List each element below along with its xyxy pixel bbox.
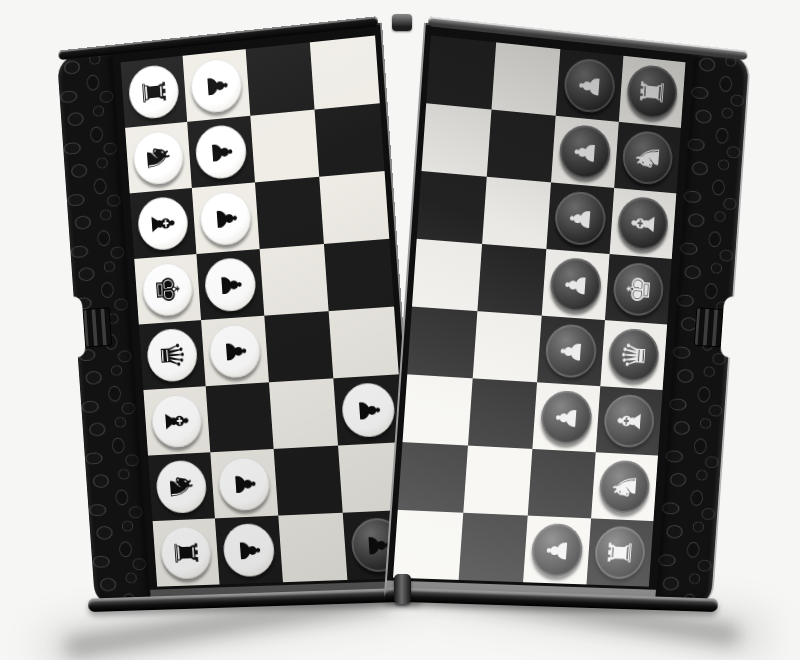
square-c3[interactable] [269,378,338,449]
white-king-glyph: ♚ [151,273,184,305]
latch-notch-right [720,296,736,358]
black-pawn-glyph: ♟ [561,271,590,298]
square-d1[interactable]: ♛ [139,320,206,390]
black-queen-glyph: ♛ [617,339,650,371]
square-f3[interactable] [255,177,324,249]
white-pawn-glyph: ♟ [216,271,245,298]
square-e7[interactable]: ♟ [542,249,610,320]
black-knight-glyph: ♞ [631,142,664,174]
white-bishop-glyph: ♝ [146,208,179,240]
black-knight-glyph: ♞ [608,471,641,502]
square-h8[interactable]: ♜ [619,56,686,128]
square-a8[interactable]: ♜ [586,518,653,586]
black-pawn-glyph: ♟ [552,404,581,431]
square-g7[interactable]: ♟ [551,116,619,188]
piece-white-rook-h1[interactable]: ♜ [127,63,180,120]
white-knight-glyph: ♞ [142,142,175,174]
square-f2[interactable]: ♟ [192,182,260,254]
piece-white-pawn-d2[interactable]: ♟ [208,323,262,379]
white-rook-glyph: ♜ [137,76,170,109]
piece-black-rook-a8[interactable]: ♜ [593,525,646,579]
piece-black-pawn-e7[interactable]: ♟ [549,256,603,312]
square-f6[interactable] [482,177,551,249]
piece-white-knight-g1[interactable]: ♞ [132,129,185,186]
piece-black-knight-b8[interactable]: ♞ [598,459,651,514]
square-f1[interactable]: ♝ [130,188,197,259]
piece-white-bishop-f1[interactable]: ♝ [136,195,189,251]
square-g4[interactable] [315,103,385,177]
square-a7[interactable]: ♟ [523,516,591,585]
black-pawn-glyph: ♟ [566,205,595,233]
white-pawn-glyph: ♟ [202,72,231,100]
latch-tab-right[interactable] [694,307,724,347]
black-pawn-glyph: ♟ [571,138,600,166]
white-bishop-glyph: ♝ [160,405,193,436]
square-h7[interactable]: ♟ [556,49,624,122]
square-b2[interactable]: ♟ [210,449,278,518]
chessboard-left-half: ♜♟♞♟♝♟♚♟♛♟♝♟♞♟♜♟♟ [121,35,413,586]
square-c7[interactable]: ♟ [532,382,600,452]
white-pawn-glyph: ♟ [234,537,263,563]
square-b6[interactable] [463,446,532,516]
square-c8[interactable]: ♝ [596,386,663,455]
piece-white-king-e1[interactable]: ♚ [141,261,194,317]
square-a2[interactable]: ♟ [215,516,283,585]
square-f5[interactable] [417,171,487,244]
white-knight-glyph: ♞ [165,471,198,502]
square-b3[interactable] [274,446,343,516]
white-pawn-glyph: ♟ [207,138,236,166]
piece-black-knight-g8[interactable]: ♞ [621,129,674,186]
piece-black-pawn-a7[interactable]: ♟ [530,523,584,578]
latch-tab-left[interactable] [83,307,113,347]
square-f4[interactable] [319,171,389,244]
black-bishop-glyph: ♝ [613,405,646,436]
square-b1[interactable]: ♞ [148,452,215,521]
piece-black-rook-h8[interactable]: ♜ [626,63,679,120]
square-d8[interactable]: ♛ [600,320,667,390]
white-pawn-glyph: ♟ [221,337,250,364]
piece-white-pawn-f2[interactable]: ♟ [199,190,253,247]
piece-black-pawn-h7[interactable]: ♟ [563,57,617,115]
piece-black-pawn-g7[interactable]: ♟ [558,123,612,180]
board-frame-left: ♜♟♞♟♝♟♚♟♛♟♝♟♞♟♜♟♟ [112,23,420,604]
piece-white-pawn-c4[interactable]: ♟ [340,382,396,439]
square-e4[interactable] [324,239,394,311]
square-e5[interactable] [412,239,482,311]
square-f8[interactable]: ♝ [610,188,677,259]
square-b8[interactable]: ♞ [591,452,658,521]
piece-white-bishop-c1[interactable]: ♝ [150,393,203,448]
square-d5[interactable] [407,307,477,379]
piece-white-pawn-h2[interactable]: ♟ [189,57,243,115]
square-d2[interactable]: ♟ [201,316,269,387]
white-pawn-glyph: ♟ [230,470,259,497]
piece-black-pawn-c7[interactable]: ♟ [539,390,593,446]
piece-white-queen-d1[interactable]: ♛ [146,327,199,383]
square-a1[interactable]: ♜ [153,518,220,586]
piece-white-pawn-a2[interactable]: ♟ [222,523,276,578]
square-d6[interactable] [473,311,542,382]
square-f7[interactable]: ♟ [546,182,614,254]
square-c5[interactable] [402,374,472,445]
square-e1[interactable]: ♚ [134,254,201,324]
square-b5[interactable] [398,442,468,513]
square-h6[interactable] [491,42,560,115]
white-queen-glyph: ♛ [156,339,189,371]
square-c1[interactable]: ♝ [143,386,210,455]
square-d7[interactable]: ♟ [537,316,605,387]
square-a5[interactable] [393,510,463,580]
square-g5[interactable] [421,103,491,177]
square-d3[interactable] [264,311,333,382]
white-pawn-glyph: ♟ [211,205,240,233]
board-left-leaf: ♜♟♞♟♝♟♚♟♛♟♝♟♞♟♜♟♟ [57,23,422,606]
piece-black-bishop-f8[interactable]: ♝ [616,195,669,251]
piece-white-pawn-e2[interactable]: ♟ [203,256,257,312]
square-g3[interactable] [250,110,319,183]
square-c2[interactable] [206,382,274,452]
black-bishop-glyph: ♝ [626,208,659,240]
black-rook-glyph: ♜ [636,76,669,109]
hinge-bottom-knuckle [394,574,411,604]
square-g8[interactable]: ♞ [614,122,681,194]
hinge-top-knuckle [392,14,412,31]
square-e3[interactable] [260,244,329,316]
square-h4[interactable] [310,35,380,109]
piece-black-pawn-f7[interactable]: ♟ [553,190,607,247]
square-g2[interactable]: ♟ [187,116,255,188]
piece-white-pawn-b2[interactable]: ♟ [217,456,271,511]
chessboard-right-half: ♟♜♟♞♟♝♟♚♟♛♟♝♞♟♜ [393,35,685,586]
square-h1[interactable]: ♜ [121,56,188,128]
black-rook-glyph: ♜ [603,537,636,568]
black-pawn-glyph: ♟ [575,72,604,100]
board-frame-right: ♟♜♟♞♟♝♟♚♟♛♟♝♞♟♜ [386,23,694,604]
piece-black-queen-d8[interactable]: ♛ [607,327,660,383]
square-e2[interactable]: ♟ [196,249,264,320]
square-h2[interactable]: ♟ [183,49,251,122]
piece-white-knight-b1[interactable]: ♞ [155,459,208,514]
square-a3[interactable] [278,513,347,582]
piece-white-rook-a1[interactable]: ♜ [159,525,212,579]
white-rook-glyph: ♜ [169,537,202,568]
board-right-leaf: ♟♜♟♞♟♝♟♚♟♛♟♝♞♟♜ [384,23,749,606]
square-h3[interactable] [246,42,315,115]
black-pawn-glyph: ♟ [557,337,586,364]
square-d4[interactable] [329,307,399,379]
black-king-glyph: ♚ [622,273,655,305]
square-b7[interactable] [528,449,596,518]
piece-black-pawn-d7[interactable]: ♟ [544,323,598,379]
square-c4[interactable]: ♟ [333,374,403,445]
square-c6[interactable] [468,378,537,449]
square-e8[interactable]: ♚ [605,254,672,324]
white-pawn-glyph: ♟ [353,396,383,423]
photo-scene: ♜♟♞♟♝♟♚♟♛♟♝♟♞♟♜♟♟ ♟♜♟♞♟♝♟♚♟♛♟♝♞♟♜ [0,0,800,660]
black-pawn-glyph: ♟ [543,537,572,563]
square-h5[interactable] [426,35,496,109]
square-e6[interactable] [477,244,546,316]
square-a6[interactable] [459,513,528,582]
square-g6[interactable] [487,110,556,183]
piece-black-king-e8[interactable]: ♚ [612,261,665,317]
square-g1[interactable]: ♞ [125,122,192,194]
piece-white-pawn-g2[interactable]: ♟ [194,123,248,180]
piece-black-bishop-c8[interactable]: ♝ [603,393,656,448]
